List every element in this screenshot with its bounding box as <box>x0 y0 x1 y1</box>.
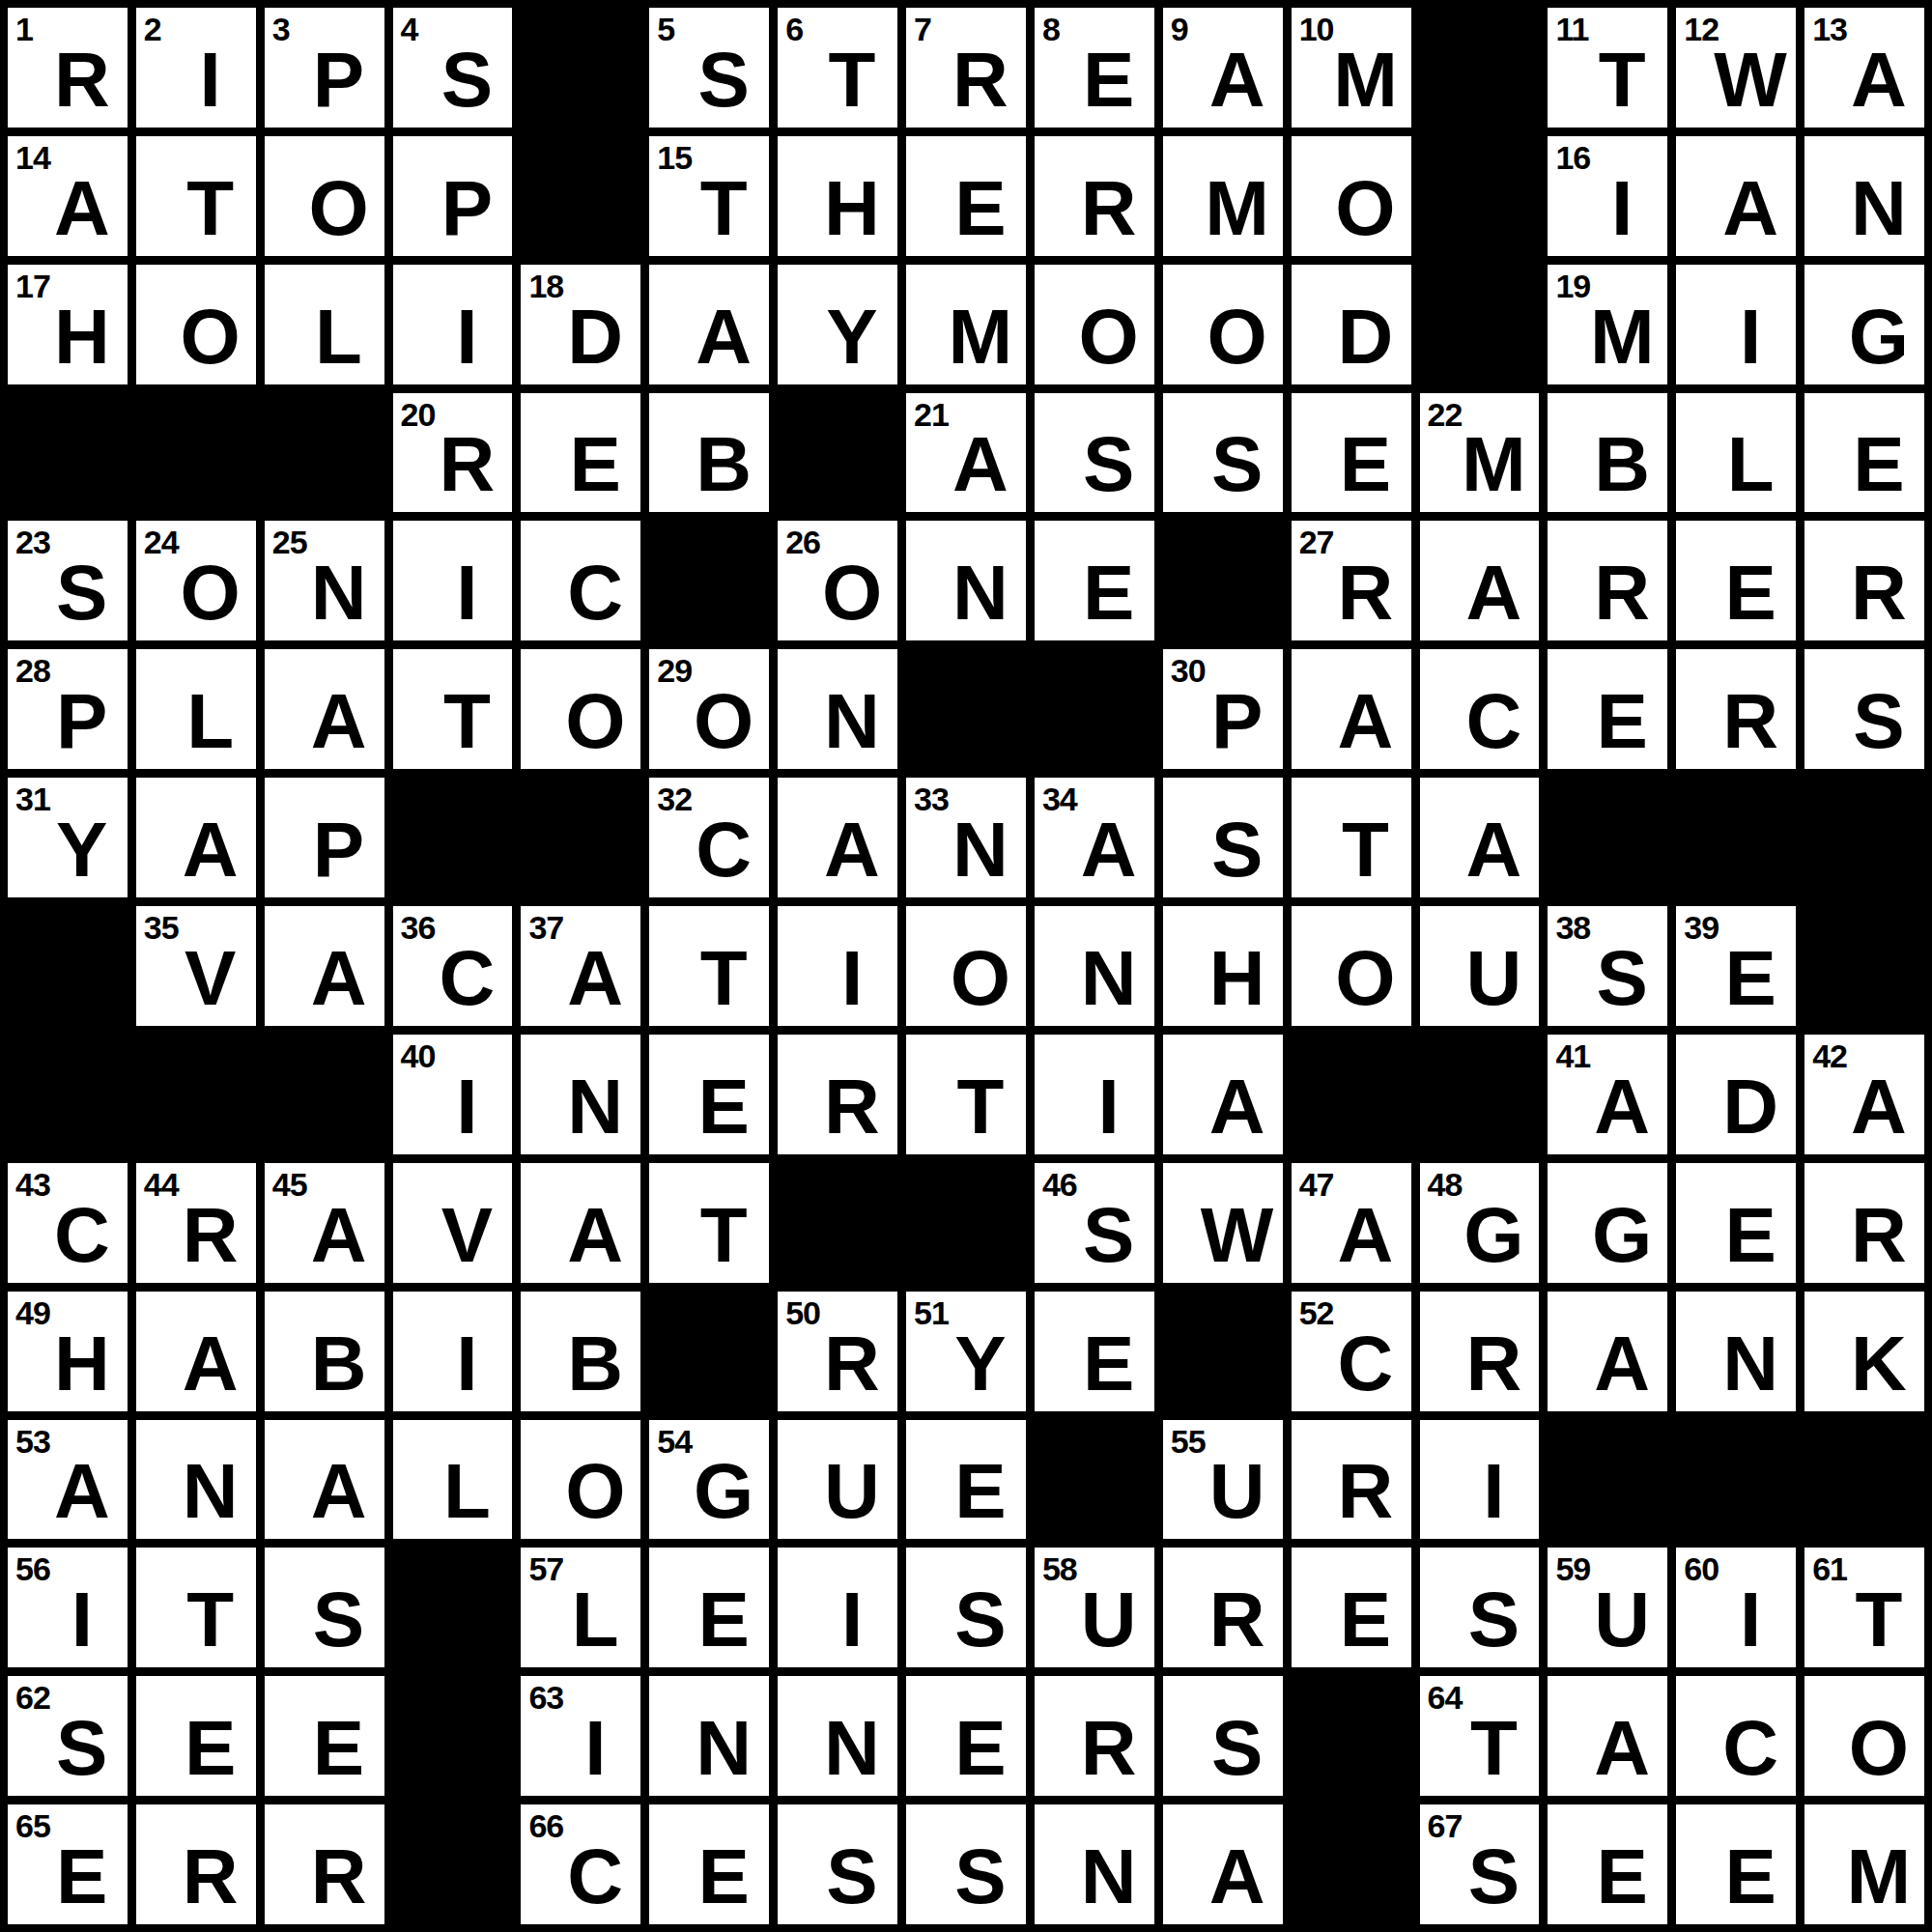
cell-letter: I <box>1451 1453 1537 1530</box>
cell-r14c10[interactable]: S <box>1163 1676 1283 1796</box>
cell-r14c4 <box>393 1676 513 1796</box>
cell-r14c6[interactable]: N <box>649 1676 769 1796</box>
cell-r14c14[interactable]: C <box>1676 1676 1796 1796</box>
cell-letter: V <box>424 1197 510 1274</box>
cell-r7c6[interactable]: 32C <box>649 778 769 897</box>
cell-letter: S <box>1194 1710 1280 1787</box>
cell-letter: E <box>681 1581 767 1659</box>
cell-letter: S <box>937 1838 1023 1916</box>
cell-r1c6[interactable]: 5S <box>649 8 769 128</box>
cell-r13c15[interactable]: 61T <box>1804 1548 1924 1667</box>
cell-r10c8 <box>906 1163 1026 1283</box>
cell-letter: H <box>39 298 125 376</box>
cell-r3c5[interactable]: 18D <box>521 265 640 384</box>
cell-r12c3[interactable]: A <box>265 1420 384 1540</box>
cell-r8c9[interactable]: N <box>1035 906 1154 1026</box>
cell-letter: W <box>1194 1197 1280 1274</box>
cell-r7c1[interactable]: 31Y <box>8 778 128 897</box>
cell-r14c8[interactable]: E <box>906 1676 1026 1796</box>
cell-r2c13[interactable]: 16I <box>1548 136 1667 256</box>
cell-letter: K <box>1835 1325 1921 1403</box>
cell-r14c13[interactable]: A <box>1548 1676 1667 1796</box>
cell-r6c14[interactable]: R <box>1676 649 1796 769</box>
cell-r3c15[interactable]: G <box>1804 265 1924 384</box>
cell-r10c4[interactable]: V <box>393 1163 513 1283</box>
cell-letter: E <box>167 1710 253 1787</box>
cell-letter: G <box>1835 298 1921 376</box>
cell-r15c4 <box>393 1804 513 1924</box>
cell-r5c8[interactable]: N <box>906 521 1026 640</box>
cell-r10c6[interactable]: T <box>649 1163 769 1283</box>
cell-r15c14[interactable]: E <box>1676 1804 1796 1924</box>
cell-r8c15 <box>1804 906 1924 1026</box>
cell-r1c11[interactable]: 10M <box>1292 8 1411 128</box>
cell-letter: R <box>1194 1581 1280 1659</box>
cell-r1c8[interactable]: 7R <box>906 8 1026 128</box>
cell-letter: V <box>167 940 253 1017</box>
cell-letter: A <box>1451 554 1537 632</box>
cell-r13c7[interactable]: I <box>778 1548 897 1667</box>
cell-letter: L <box>424 1453 510 1530</box>
clue-number: 6 <box>785 13 803 45</box>
cell-r3c2[interactable]: O <box>136 265 256 384</box>
cell-letter: N <box>1065 1838 1151 1916</box>
cell-letter: A <box>1322 683 1408 760</box>
cell-letter: C <box>553 1838 639 1916</box>
cell-r8c12[interactable]: U <box>1420 906 1540 1026</box>
cell-r5c12[interactable]: A <box>1420 521 1540 640</box>
cell-r2c1[interactable]: 14A <box>8 136 128 256</box>
cell-letter: C <box>424 940 510 1017</box>
cell-r15c13[interactable]: E <box>1548 1804 1667 1924</box>
cell-r10c12[interactable]: 48G <box>1420 1163 1540 1283</box>
cell-r12c13 <box>1548 1420 1667 1540</box>
cell-letter: I <box>424 298 510 376</box>
cell-r4c5[interactable]: E <box>521 393 640 513</box>
cell-r1c13[interactable]: 11T <box>1548 8 1667 128</box>
cell-r4c6[interactable]: B <box>649 393 769 513</box>
cell-r2c2[interactable]: T <box>136 136 256 256</box>
cell-r12c9 <box>1035 1420 1154 1540</box>
cell-letter: E <box>1707 1197 1793 1274</box>
cell-r6c10[interactable]: 30P <box>1163 649 1283 769</box>
cell-r4c12[interactable]: 22M <box>1420 393 1540 513</box>
cell-r10c11[interactable]: 47A <box>1292 1163 1411 1283</box>
cell-r11c5[interactable]: B <box>521 1292 640 1411</box>
cell-r4c8[interactable]: 21A <box>906 393 1026 513</box>
cell-r9c9[interactable]: I <box>1035 1035 1154 1154</box>
cell-r1c2[interactable]: 2I <box>136 8 256 128</box>
cell-r1c5 <box>521 8 640 128</box>
cell-r11c12[interactable]: R <box>1420 1292 1540 1411</box>
clue-number: 7 <box>914 13 931 45</box>
cell-r2c12 <box>1420 136 1540 256</box>
cell-letter: O <box>296 170 382 247</box>
cell-r12c6[interactable]: 54G <box>649 1420 769 1540</box>
cell-r14c2[interactable]: E <box>136 1676 256 1796</box>
cell-letter: S <box>809 1838 895 1916</box>
cell-letter: T <box>681 940 767 1017</box>
cell-r2c4[interactable]: P <box>393 136 513 256</box>
cell-letter: E <box>1835 426 1921 503</box>
cell-letter: M <box>937 298 1023 376</box>
cell-letter: N <box>937 554 1023 632</box>
cell-r9c13[interactable]: 41A <box>1548 1035 1667 1154</box>
cell-r5c13[interactable]: R <box>1548 521 1667 640</box>
cell-r9c4[interactable]: 40I <box>393 1035 513 1154</box>
cell-letter: N <box>553 1068 639 1146</box>
cell-r1c1[interactable]: 1R <box>8 8 128 128</box>
cell-r8c8[interactable]: O <box>906 906 1026 1026</box>
cell-r12c1[interactable]: 53A <box>8 1420 128 1540</box>
cell-r14c5[interactable]: 63I <box>521 1676 640 1796</box>
cell-r14c7[interactable]: N <box>778 1676 897 1796</box>
cell-r5c2[interactable]: 24O <box>136 521 256 640</box>
cell-r12c11[interactable]: R <box>1292 1420 1411 1540</box>
cell-r8c6[interactable]: T <box>649 906 769 1026</box>
cell-r7c9[interactable]: 34A <box>1035 778 1154 897</box>
cell-r6c12[interactable]: C <box>1420 649 1540 769</box>
cell-r7c3[interactable]: P <box>265 778 384 897</box>
cell-letter: R <box>1835 554 1921 632</box>
cell-letter: D <box>1322 298 1408 376</box>
cell-r11c1[interactable]: 49H <box>8 1292 128 1411</box>
cell-r9c6[interactable]: E <box>649 1035 769 1154</box>
cell-r15c5[interactable]: 66C <box>521 1804 640 1924</box>
cell-r3c7[interactable]: Y <box>778 265 897 384</box>
cell-r11c11[interactable]: 52C <box>1292 1292 1411 1411</box>
cell-r13c14[interactable]: 60I <box>1676 1548 1796 1667</box>
cell-r8c5[interactable]: 37A <box>521 906 640 1026</box>
cell-r12c8[interactable]: E <box>906 1420 1026 1540</box>
cell-r9c3 <box>265 1035 384 1154</box>
cell-r2c15[interactable]: N <box>1804 136 1924 256</box>
cell-r2c10[interactable]: M <box>1163 136 1283 256</box>
cell-r12c14 <box>1676 1420 1796 1540</box>
cell-r8c13[interactable]: 38S <box>1548 906 1667 1026</box>
cell-letter: T <box>681 170 767 247</box>
cell-r10c14[interactable]: E <box>1676 1163 1796 1283</box>
cell-r10c5[interactable]: A <box>521 1163 640 1283</box>
cell-r7c10[interactable]: S <box>1163 778 1283 897</box>
cell-r15c3[interactable]: R <box>265 1804 384 1924</box>
cell-r3c8[interactable]: M <box>906 265 1026 384</box>
cell-r4c4[interactable]: 20R <box>393 393 513 513</box>
cell-r13c9[interactable]: 58U <box>1035 1548 1154 1667</box>
cell-r11c2[interactable]: A <box>136 1292 256 1411</box>
cell-r1c7[interactable]: 6T <box>778 8 897 128</box>
cell-r13c12[interactable]: S <box>1420 1548 1540 1667</box>
cell-letter: S <box>424 42 510 119</box>
cell-r10c2[interactable]: 44R <box>136 1163 256 1283</box>
cell-r14c15[interactable]: O <box>1804 1676 1924 1796</box>
cell-r2c9[interactable]: R <box>1035 136 1154 256</box>
cell-letter: A <box>1707 170 1793 247</box>
cell-letter: P <box>39 683 125 760</box>
cell-letter: E <box>1579 1838 1665 1916</box>
cell-r2c6[interactable]: 15T <box>649 136 769 256</box>
cell-r2c8[interactable]: E <box>906 136 1026 256</box>
cell-r12c2[interactable]: N <box>136 1420 256 1540</box>
cell-r6c15[interactable]: S <box>1804 649 1924 769</box>
cell-r12c4[interactable]: L <box>393 1420 513 1540</box>
cell-r11c9[interactable]: E <box>1035 1292 1154 1411</box>
cell-letter: I <box>1065 1068 1151 1146</box>
cell-letter: O <box>1322 940 1408 1017</box>
cell-r3c10[interactable]: O <box>1163 265 1283 384</box>
cell-r6c5[interactable]: O <box>521 649 640 769</box>
cell-r9c5[interactable]: N <box>521 1035 640 1154</box>
cell-letter: I <box>424 1325 510 1403</box>
cell-r11c3[interactable]: B <box>265 1292 384 1411</box>
cell-letter: T <box>167 1581 253 1659</box>
cell-r10c1[interactable]: 43C <box>8 1163 128 1283</box>
cell-r15c10[interactable]: A <box>1163 1804 1283 1924</box>
cell-r13c5[interactable]: 57L <box>521 1548 640 1667</box>
cell-r13c6[interactable]: E <box>649 1548 769 1667</box>
cell-r9c2 <box>136 1035 256 1154</box>
cell-letter: R <box>1707 683 1793 760</box>
cell-r8c1 <box>8 906 128 1026</box>
cell-letter: U <box>1194 1453 1280 1530</box>
cell-r11c4[interactable]: I <box>393 1292 513 1411</box>
cell-r12c12[interactable]: I <box>1420 1420 1540 1540</box>
cell-letter: E <box>1065 42 1151 119</box>
cell-r15c6[interactable]: E <box>649 1804 769 1924</box>
cell-letter: U <box>809 1453 895 1530</box>
cell-r11c8[interactable]: 51Y <box>906 1292 1026 1411</box>
cell-letter: A <box>809 811 895 889</box>
cell-letter: T <box>681 1197 767 1274</box>
cell-letter: A <box>296 1453 382 1530</box>
cell-r4c9[interactable]: S <box>1035 393 1154 513</box>
cell-r5c7[interactable]: 26O <box>778 521 897 640</box>
cell-r2c7[interactable]: H <box>778 136 897 256</box>
cell-letter: E <box>1322 426 1408 503</box>
cell-letter: N <box>167 1453 253 1530</box>
cell-letter: R <box>167 1838 253 1916</box>
cell-letter: S <box>1451 1838 1537 1916</box>
cell-r10c10[interactable]: W <box>1163 1163 1283 1283</box>
cell-letter: C <box>1451 683 1537 760</box>
cell-r5c9[interactable]: E <box>1035 521 1154 640</box>
cell-letter: O <box>553 683 639 760</box>
cell-r7c11[interactable]: T <box>1292 778 1411 897</box>
cell-letter: S <box>39 1710 125 1787</box>
cell-r6c1[interactable]: 28P <box>8 649 128 769</box>
cell-letter: U <box>1065 1581 1151 1659</box>
cell-r15c9[interactable]: N <box>1035 1804 1154 1924</box>
cell-r9c7[interactable]: R <box>778 1035 897 1154</box>
cell-r1c3[interactable]: 3P <box>265 8 384 128</box>
cell-r3c14[interactable]: I <box>1676 265 1796 384</box>
cell-r13c3[interactable]: S <box>265 1548 384 1667</box>
cell-r4c7 <box>778 393 897 513</box>
cell-r3c9[interactable]: O <box>1035 265 1154 384</box>
cell-r8c10[interactable]: H <box>1163 906 1283 1026</box>
cell-r11c14[interactable]: N <box>1676 1292 1796 1411</box>
cell-r13c10[interactable]: R <box>1163 1548 1283 1667</box>
cell-r5c15[interactable]: R <box>1804 521 1924 640</box>
cell-r9c14[interactable]: D <box>1676 1035 1796 1154</box>
cell-r1c4[interactable]: 4S <box>393 8 513 128</box>
cell-r6c4[interactable]: T <box>393 649 513 769</box>
cell-r2c14[interactable]: A <box>1676 136 1796 256</box>
cell-r14c9[interactable]: R <box>1035 1676 1154 1796</box>
cell-letter: B <box>296 1325 382 1403</box>
cell-letter: D <box>1707 1068 1793 1146</box>
cell-r7c12[interactable]: A <box>1420 778 1540 897</box>
cell-r1c10[interactable]: 9A <box>1163 8 1283 128</box>
cell-letter: M <box>1451 426 1537 503</box>
clue-number: 3 <box>272 13 290 45</box>
cell-r15c15[interactable]: M <box>1804 1804 1924 1924</box>
cell-r13c4 <box>393 1548 513 1667</box>
cell-r8c2[interactable]: 35V <box>136 906 256 1026</box>
cell-r3c6[interactable]: A <box>649 265 769 384</box>
cell-r8c11[interactable]: O <box>1292 906 1411 1026</box>
cell-r10c13[interactable]: G <box>1548 1163 1667 1283</box>
cell-letter: H <box>809 170 895 247</box>
cell-r3c1[interactable]: 17H <box>8 265 128 384</box>
cell-r15c1[interactable]: 65E <box>8 1804 128 1924</box>
cell-r11c7[interactable]: 50R <box>778 1292 897 1411</box>
cell-letter: E <box>1322 1581 1408 1659</box>
cell-r9c8[interactable]: T <box>906 1035 1026 1154</box>
cell-r14c11 <box>1292 1676 1411 1796</box>
cell-letter: S <box>1835 683 1921 760</box>
cell-letter: I <box>424 1068 510 1146</box>
clue-number: 2 <box>144 13 161 45</box>
cell-r5c11[interactable]: 27R <box>1292 521 1411 640</box>
cell-r11c15[interactable]: K <box>1804 1292 1924 1411</box>
cell-r6c7[interactable]: N <box>778 649 897 769</box>
cell-r6c13[interactable]: E <box>1548 649 1667 769</box>
cell-r6c6[interactable]: 29O <box>649 649 769 769</box>
cell-r5c5[interactable]: C <box>521 521 640 640</box>
cell-r14c1[interactable]: 62S <box>8 1676 128 1796</box>
cell-letter: Y <box>809 298 895 376</box>
cell-r8c3[interactable]: A <box>265 906 384 1026</box>
cell-r13c13[interactable]: 59U <box>1548 1548 1667 1667</box>
cell-r11c13[interactable]: A <box>1548 1292 1667 1411</box>
cell-letter: P <box>1194 683 1280 760</box>
cell-letter: S <box>1579 940 1665 1017</box>
cell-r7c8[interactable]: 33N <box>906 778 1026 897</box>
cell-letter: T <box>424 683 510 760</box>
cell-r12c5[interactable]: O <box>521 1420 640 1540</box>
cell-letter: A <box>1194 1838 1280 1916</box>
cell-r8c4[interactable]: 36C <box>393 906 513 1026</box>
cell-letter: A <box>1579 1710 1665 1787</box>
cell-r15c2[interactable]: R <box>136 1804 256 1924</box>
cell-r9c12 <box>1420 1035 1540 1154</box>
cell-letter: C <box>681 811 767 889</box>
cell-r5c3[interactable]: 25N <box>265 521 384 640</box>
cell-r1c9[interactable]: 8E <box>1035 8 1154 128</box>
cell-r1c15[interactable]: 13A <box>1804 8 1924 128</box>
cell-r13c11[interactable]: E <box>1292 1548 1411 1667</box>
cell-r6c11[interactable]: A <box>1292 649 1411 769</box>
cell-r3c11[interactable]: D <box>1292 265 1411 384</box>
cell-r3c12 <box>1420 265 1540 384</box>
cell-r2c11[interactable]: O <box>1292 136 1411 256</box>
cell-r2c3[interactable]: O <box>265 136 384 256</box>
cell-r4c15[interactable]: E <box>1804 393 1924 513</box>
cell-r13c8[interactable]: S <box>906 1548 1026 1667</box>
cell-r7c5 <box>521 778 640 897</box>
cell-letter: A <box>1322 1197 1408 1274</box>
cell-r5c4[interactable]: I <box>393 521 513 640</box>
cell-letter: I <box>809 940 895 1017</box>
cell-r10c3[interactable]: 45A <box>265 1163 384 1283</box>
cell-r7c2[interactable]: A <box>136 778 256 897</box>
cell-letter: U <box>1579 1581 1665 1659</box>
cell-r9c10[interactable]: A <box>1163 1035 1283 1154</box>
cell-r10c15[interactable]: R <box>1804 1163 1924 1283</box>
cell-r4c13[interactable]: B <box>1548 393 1667 513</box>
cell-letter: Y <box>937 1325 1023 1403</box>
cell-r5c1[interactable]: 23S <box>8 521 128 640</box>
cell-r15c12[interactable]: 67S <box>1420 1804 1540 1924</box>
cell-letter: A <box>1065 811 1151 889</box>
cell-r4c14[interactable]: L <box>1676 393 1796 513</box>
cell-r3c13[interactable]: 19M <box>1548 265 1667 384</box>
cell-letter: S <box>1451 1581 1537 1659</box>
cell-r14c12[interactable]: 64T <box>1420 1676 1540 1796</box>
cell-letter: E <box>1707 940 1793 1017</box>
cell-r8c7[interactable]: I <box>778 906 897 1026</box>
cell-letter: S <box>296 1581 382 1659</box>
cell-r7c7[interactable]: A <box>778 778 897 897</box>
cell-r15c8[interactable]: S <box>906 1804 1026 1924</box>
cell-r4c11[interactable]: E <box>1292 393 1411 513</box>
cell-r3c3[interactable]: L <box>265 265 384 384</box>
cell-r12c10[interactable]: 55U <box>1163 1420 1283 1540</box>
cell-letter: N <box>937 811 1023 889</box>
cell-letter: S <box>1065 1197 1151 1274</box>
cell-letter: O <box>1322 170 1408 247</box>
cell-r15c7[interactable]: S <box>778 1804 897 1924</box>
cell-r6c9 <box>1035 649 1154 769</box>
cell-letter: R <box>937 42 1023 119</box>
cell-r12c7[interactable]: U <box>778 1420 897 1540</box>
cell-letter: I <box>809 1581 895 1659</box>
cell-r13c1[interactable]: 56I <box>8 1548 128 1667</box>
cell-letter: M <box>1322 42 1408 119</box>
cell-r5c14[interactable]: E <box>1676 521 1796 640</box>
cell-letter: I <box>1707 298 1793 376</box>
cell-r13c2[interactable]: T <box>136 1548 256 1667</box>
cell-letter: I <box>167 42 253 119</box>
cell-r14c3[interactable]: E <box>265 1676 384 1796</box>
cell-r6c3[interactable]: A <box>265 649 384 769</box>
cell-r3c4[interactable]: I <box>393 265 513 384</box>
cell-letter: A <box>167 1325 253 1403</box>
cell-r10c9[interactable]: 46S <box>1035 1163 1154 1283</box>
cell-letter: T <box>937 1068 1023 1146</box>
cell-r1c14[interactable]: 12W <box>1676 8 1796 128</box>
cell-r6c2[interactable]: L <box>136 649 256 769</box>
cell-letter: S <box>39 554 125 632</box>
cell-letter: T <box>1322 811 1408 889</box>
cell-r8c14[interactable]: 39E <box>1676 906 1796 1026</box>
cell-r4c10[interactable]: S <box>1163 393 1283 513</box>
cell-letter: G <box>681 1453 767 1530</box>
cell-r9c15[interactable]: 42A <box>1804 1035 1924 1154</box>
cell-letter: Y <box>39 811 125 889</box>
cell-letter: E <box>39 1838 125 1916</box>
